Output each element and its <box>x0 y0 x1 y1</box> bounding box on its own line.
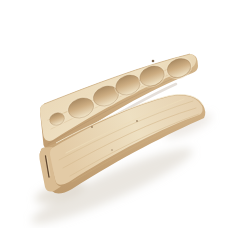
top-knots-layer <box>152 60 155 63</box>
product-photo <box>0 0 228 228</box>
board-illustration <box>0 0 228 228</box>
knot-spot <box>152 60 155 63</box>
knot-spot <box>91 126 93 128</box>
knot-spot <box>136 120 138 122</box>
knot-spot <box>111 149 113 151</box>
